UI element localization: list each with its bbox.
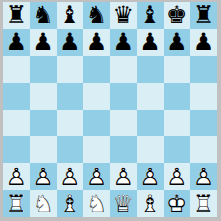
- piece-glyph: ♟: [83, 29, 110, 56]
- square-f8[interactable]: ♝♗: [137, 2, 164, 29]
- square-b5[interactable]: [30, 83, 57, 110]
- square-e4[interactable]: [110, 110, 137, 137]
- square-g2[interactable]: ♟♙: [164, 163, 191, 190]
- square-a6[interactable]: [3, 56, 30, 83]
- piece-white-pawn: ♟♙: [30, 163, 57, 190]
- piece-white-king: ♚♔: [164, 190, 191, 217]
- piece-black-pawn: ♟♙: [110, 29, 137, 56]
- piece-white-knight: ♞♘: [83, 190, 110, 217]
- piece-outline-glyph: ♙: [3, 163, 30, 190]
- square-b3[interactable]: [30, 136, 57, 163]
- square-f4[interactable]: [137, 110, 164, 137]
- square-a2[interactable]: ♟♙: [3, 163, 30, 190]
- piece-black-pawn: ♟♙: [137, 29, 164, 56]
- piece-black-pawn: ♟♙: [3, 29, 30, 56]
- piece-glyph: ♟: [164, 29, 191, 56]
- piece-black-pawn: ♟♙: [57, 29, 84, 56]
- square-c3[interactable]: [57, 136, 84, 163]
- square-d7[interactable]: ♟♙: [83, 29, 110, 56]
- piece-outline-glyph: ♘: [30, 190, 57, 217]
- square-a7[interactable]: ♟♙: [3, 29, 30, 56]
- square-a3[interactable]: [3, 136, 30, 163]
- square-e8[interactable]: ♛♕: [110, 2, 137, 29]
- piece-white-bishop: ♝♗: [57, 190, 84, 217]
- piece-black-bishop: ♝♗: [57, 2, 84, 29]
- square-g6[interactable]: [164, 56, 191, 83]
- piece-outline-glyph: ♖: [190, 190, 217, 217]
- piece-black-king: ♚♔: [164, 2, 191, 29]
- piece-outline-glyph: ♙: [164, 163, 191, 190]
- square-a4[interactable]: [3, 110, 30, 137]
- square-b1[interactable]: ♞♘: [30, 190, 57, 217]
- square-b2[interactable]: ♟♙: [30, 163, 57, 190]
- piece-black-rook: ♜♖: [3, 2, 30, 29]
- square-c8[interactable]: ♝♗: [57, 2, 84, 29]
- piece-outline-glyph: ♙: [83, 163, 110, 190]
- piece-outline-glyph: ♙: [137, 163, 164, 190]
- square-h1[interactable]: ♜♖: [190, 190, 217, 217]
- piece-white-pawn: ♟♙: [110, 163, 137, 190]
- piece-glyph: ♟: [110, 29, 137, 56]
- square-g1[interactable]: ♚♔: [164, 190, 191, 217]
- piece-white-bishop: ♝♗: [137, 190, 164, 217]
- square-f3[interactable]: [137, 136, 164, 163]
- piece-glyph: ♜: [190, 2, 217, 29]
- piece-black-queen: ♛♕: [110, 2, 137, 29]
- piece-white-pawn: ♟♙: [190, 163, 217, 190]
- piece-black-pawn: ♟♙: [83, 29, 110, 56]
- square-e6[interactable]: [110, 56, 137, 83]
- square-c6[interactable]: [57, 56, 84, 83]
- piece-outline-glyph: ♕: [110, 190, 137, 217]
- square-g3[interactable]: [164, 136, 191, 163]
- square-d2[interactable]: ♟♙: [83, 163, 110, 190]
- piece-glyph: ♜: [3, 2, 30, 29]
- square-h3[interactable]: [190, 136, 217, 163]
- square-b6[interactable]: [30, 56, 57, 83]
- square-h6[interactable]: [190, 56, 217, 83]
- piece-glyph: ♞: [83, 2, 110, 29]
- square-g7[interactable]: ♟♙: [164, 29, 191, 56]
- piece-outline-glyph: ♘: [83, 190, 110, 217]
- square-h2[interactable]: ♟♙: [190, 163, 217, 190]
- piece-glyph: ♟: [190, 29, 217, 56]
- piece-glyph: ♟: [57, 29, 84, 56]
- piece-black-bishop: ♝♗: [137, 2, 164, 29]
- square-d3[interactable]: [83, 136, 110, 163]
- piece-glyph: ♝: [137, 2, 164, 29]
- square-b8[interactable]: ♞♘: [30, 2, 57, 29]
- square-b4[interactable]: [30, 110, 57, 137]
- square-a5[interactable]: [3, 83, 30, 110]
- square-c4[interactable]: [57, 110, 84, 137]
- piece-outline-glyph: ♙: [57, 163, 84, 190]
- square-e5[interactable]: [110, 83, 137, 110]
- piece-white-pawn: ♟♙: [137, 163, 164, 190]
- square-h7[interactable]: ♟♙: [190, 29, 217, 56]
- square-h5[interactable]: [190, 83, 217, 110]
- square-c7[interactable]: ♟♙: [57, 29, 84, 56]
- piece-white-queen: ♛♕: [110, 190, 137, 217]
- square-f5[interactable]: [137, 83, 164, 110]
- square-e1[interactable]: ♛♕: [110, 190, 137, 217]
- square-e7[interactable]: ♟♙: [110, 29, 137, 56]
- chess-board: ♜♖♞♘♝♗♞♘♛♕♝♗♚♔♜♖♟♙♟♙♟♙♟♙♟♙♟♙♟♙♟♙♟♙♟♙♟♙♟♙…: [3, 2, 217, 217]
- square-e3[interactable]: [110, 136, 137, 163]
- square-d6[interactable]: [83, 56, 110, 83]
- piece-white-knight: ♞♘: [30, 190, 57, 217]
- square-c2[interactable]: ♟♙: [57, 163, 84, 190]
- piece-glyph: ♞: [30, 2, 57, 29]
- square-g5[interactable]: [164, 83, 191, 110]
- square-d4[interactable]: [83, 110, 110, 137]
- square-c5[interactable]: [57, 83, 84, 110]
- square-f1[interactable]: ♝♗: [137, 190, 164, 217]
- piece-white-pawn: ♟♙: [164, 163, 191, 190]
- square-c1[interactable]: ♝♗: [57, 190, 84, 217]
- piece-black-pawn: ♟♙: [30, 29, 57, 56]
- piece-outline-glyph: ♙: [30, 163, 57, 190]
- square-f6[interactable]: [137, 56, 164, 83]
- piece-glyph: ♝: [57, 2, 84, 29]
- piece-black-knight: ♞♘: [30, 2, 57, 29]
- square-d5[interactable]: [83, 83, 110, 110]
- square-d1[interactable]: ♞♘: [83, 190, 110, 217]
- square-a8[interactable]: ♜♖: [3, 2, 30, 29]
- square-b7[interactable]: ♟♙: [30, 29, 57, 56]
- piece-outline-glyph: ♙: [110, 163, 137, 190]
- square-h4[interactable]: [190, 110, 217, 137]
- square-f7[interactable]: ♟♙: [137, 29, 164, 56]
- piece-black-rook: ♜♖: [190, 2, 217, 29]
- piece-outline-glyph: ♙: [190, 163, 217, 190]
- piece-outline-glyph: ♗: [137, 190, 164, 217]
- piece-white-rook: ♜♖: [3, 190, 30, 217]
- piece-glyph: ♟: [3, 29, 30, 56]
- piece-glyph: ♟: [137, 29, 164, 56]
- piece-white-pawn: ♟♙: [57, 163, 84, 190]
- piece-glyph: ♟: [30, 29, 57, 56]
- square-g4[interactable]: [164, 110, 191, 137]
- piece-white-rook: ♜♖: [190, 190, 217, 217]
- piece-black-pawn: ♟♙: [164, 29, 191, 56]
- piece-outline-glyph: ♗: [57, 190, 84, 217]
- square-f2[interactable]: ♟♙: [137, 163, 164, 190]
- piece-outline-glyph: ♖: [3, 190, 30, 217]
- piece-white-pawn: ♟♙: [83, 163, 110, 190]
- piece-black-pawn: ♟♙: [190, 29, 217, 56]
- piece-white-pawn: ♟♙: [3, 163, 30, 190]
- piece-outline-glyph: ♔: [164, 190, 191, 217]
- square-g8[interactable]: ♚♔: [164, 2, 191, 29]
- piece-glyph: ♚: [164, 2, 191, 29]
- square-h8[interactable]: ♜♖: [190, 2, 217, 29]
- piece-glyph: ♛: [110, 2, 137, 29]
- piece-black-knight: ♞♘: [83, 2, 110, 29]
- square-a1[interactable]: ♜♖: [3, 190, 30, 217]
- square-d8[interactable]: ♞♘: [83, 2, 110, 29]
- square-e2[interactable]: ♟♙: [110, 163, 137, 190]
